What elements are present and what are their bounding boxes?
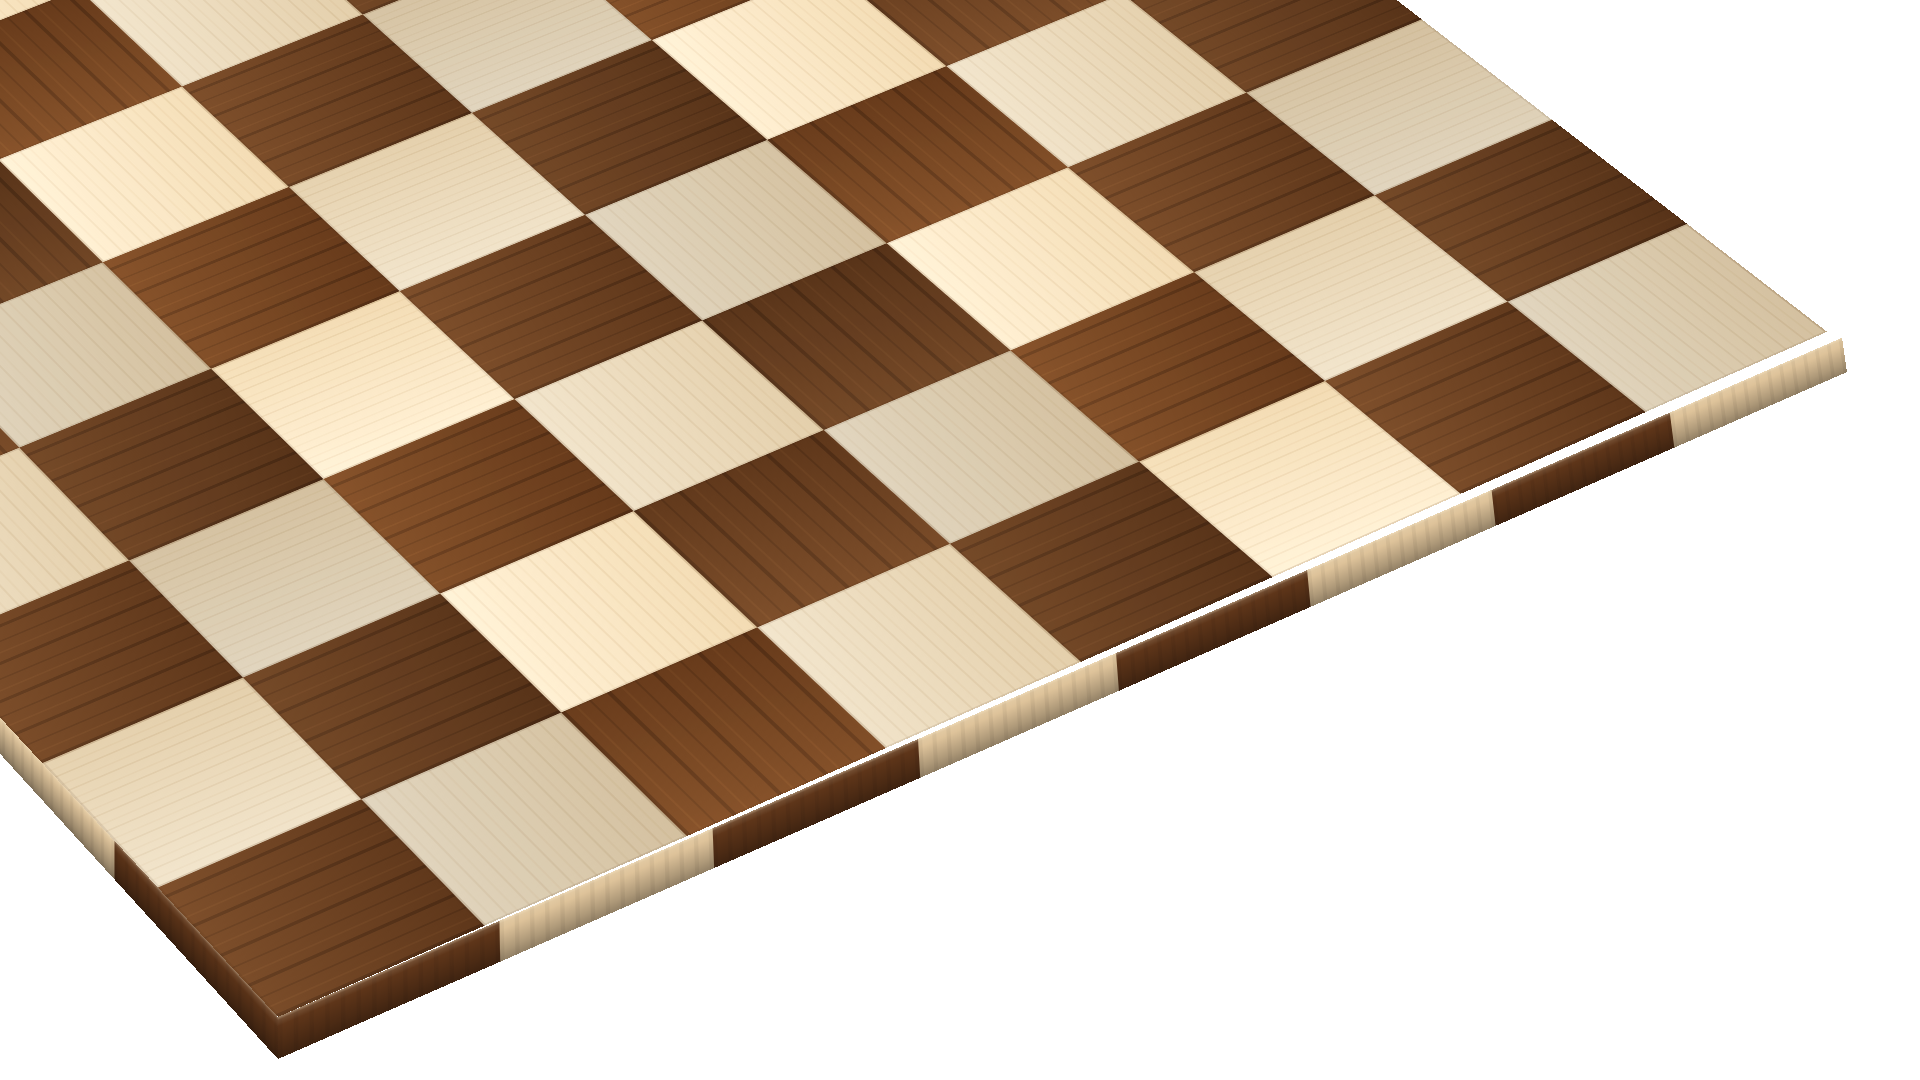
photo-background (0, 0, 1920, 1080)
chess-board (0, 0, 1827, 1017)
